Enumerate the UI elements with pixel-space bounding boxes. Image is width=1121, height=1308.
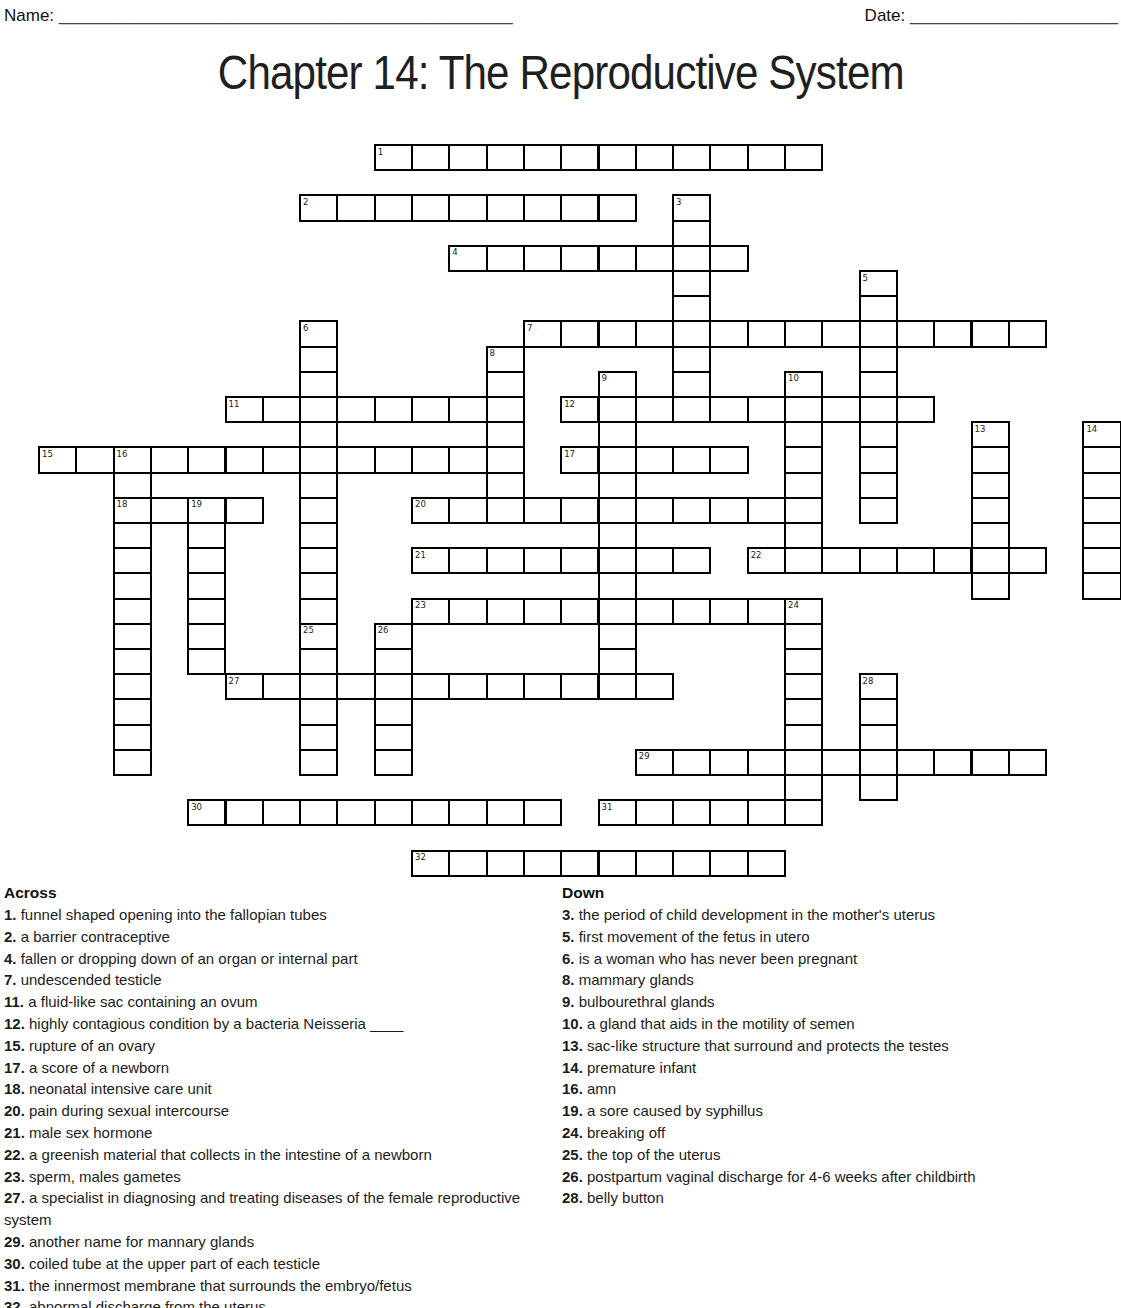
cell-number: 29 <box>639 752 650 761</box>
grid-cell[interactable] <box>448 194 487 221</box>
grid-cell[interactable] <box>635 245 674 272</box>
grid-cell[interactable] <box>821 320 860 347</box>
grid-cell[interactable] <box>859 295 898 322</box>
grid-cell[interactable] <box>486 497 525 524</box>
grid-cell[interactable] <box>709 144 748 171</box>
grid-cell[interactable] <box>411 194 450 221</box>
grid-cell[interactable] <box>486 194 525 221</box>
grid-cell[interactable] <box>635 144 674 171</box>
cell-number: 15 <box>42 450 53 459</box>
grid-cell[interactable] <box>635 547 674 574</box>
grid-cell[interactable] <box>672 396 711 423</box>
grid-cell[interactable] <box>635 673 674 700</box>
cell-number: 19 <box>191 500 202 509</box>
grid-cell[interactable] <box>486 547 525 574</box>
grid-cell[interactable] <box>560 497 599 524</box>
clue-item: 21. male sex hormone <box>4 1122 560 1144</box>
grid-cell[interactable] <box>859 396 898 423</box>
clue-item: 9. bulbourethral glands <box>562 991 1118 1013</box>
grid-cell[interactable] <box>859 547 898 574</box>
grid-cell[interactable] <box>113 698 152 725</box>
grid-cell[interactable] <box>113 547 152 574</box>
grid-cell[interactable] <box>672 144 711 171</box>
grid-cell[interactable] <box>374 698 413 725</box>
grid-cell[interactable] <box>299 346 338 373</box>
grid-cell[interactable] <box>299 497 338 524</box>
cell-number: 16 <box>117 450 128 459</box>
grid-cell[interactable] <box>747 749 786 776</box>
grid-cell[interactable] <box>225 497 264 524</box>
grid-cell[interactable] <box>486 421 525 448</box>
grid-cell[interactable] <box>971 320 1010 347</box>
grid-cell[interactable] <box>1082 522 1121 549</box>
clue-item: 27. a specialist in diagnosing and treat… <box>4 1187 560 1231</box>
grid-cell[interactable] <box>598 194 637 221</box>
grid-cell[interactable] <box>859 320 898 347</box>
across-heading: Across <box>4 882 560 904</box>
grid-cell[interactable] <box>672 346 711 373</box>
grid-cell[interactable] <box>784 446 823 473</box>
grid-cell[interactable] <box>523 497 562 524</box>
grid-cell[interactable] <box>448 598 487 625</box>
grid-cell[interactable] <box>709 396 748 423</box>
grid-cell[interactable] <box>821 749 860 776</box>
grid-cell[interactable] <box>486 799 525 826</box>
grid-cell[interactable] <box>971 749 1010 776</box>
grid-cell[interactable] <box>859 774 898 801</box>
grid-cell[interactable] <box>486 446 525 473</box>
grid-cell[interactable] <box>523 547 562 574</box>
grid-cell[interactable] <box>971 572 1010 599</box>
grid-cell[interactable] <box>896 320 935 347</box>
grid-cell[interactable] <box>187 623 226 650</box>
grid-cell[interactable] <box>1082 497 1121 524</box>
grid-cell[interactable] <box>1008 749 1047 776</box>
grid-cell[interactable] <box>225 799 264 826</box>
grid-cell[interactable] <box>299 371 338 398</box>
grid-cell[interactable] <box>1082 472 1121 499</box>
grid-cell[interactable] <box>859 698 898 725</box>
grid-cell[interactable] <box>747 850 786 877</box>
grid-cell[interactable] <box>598 648 637 675</box>
clue-item: 4. fallen or dropping down of an organ o… <box>4 948 560 970</box>
grid-cell[interactable] <box>374 396 413 423</box>
cell-number: 18 <box>117 500 128 509</box>
grid-cell[interactable] <box>187 648 226 675</box>
grid-cell[interactable] <box>784 547 823 574</box>
grid-cell[interactable] <box>299 472 338 499</box>
cell-number: 26 <box>378 626 389 635</box>
grid-cell[interactable] <box>187 598 226 625</box>
cell-number: 12 <box>564 400 575 409</box>
cell-number: 1 <box>378 148 383 157</box>
cell-number: 4 <box>452 248 457 257</box>
grid-cell[interactable] <box>486 673 525 700</box>
grid-cell[interactable] <box>635 799 674 826</box>
grid-cell[interactable] <box>299 446 338 473</box>
crossword-worksheet: Name: __________________________________… <box>0 0 1121 1308</box>
clue-item: 19. a sore caused by syphillus <box>562 1100 1118 1122</box>
grid-cell[interactable] <box>672 799 711 826</box>
grid-cell[interactable] <box>187 547 226 574</box>
grid-cell[interactable] <box>672 547 711 574</box>
grid-cell[interactable] <box>1082 446 1121 473</box>
grid-cell[interactable] <box>784 774 823 801</box>
grid-cell[interactable] <box>299 396 338 423</box>
grid-cell[interactable] <box>560 547 599 574</box>
grid-cell[interactable] <box>598 396 637 423</box>
grid-cell[interactable] <box>1008 547 1047 574</box>
grid-cell[interactable] <box>113 724 152 751</box>
cell-number: 25 <box>303 626 314 635</box>
grid-cell[interactable] <box>150 446 189 473</box>
grid-cell[interactable] <box>747 320 786 347</box>
grid-cell[interactable] <box>523 245 562 272</box>
grid-cell[interactable] <box>747 598 786 625</box>
grid-cell[interactable] <box>859 724 898 751</box>
grid-cell[interactable] <box>523 799 562 826</box>
grid-cell[interactable] <box>971 522 1010 549</box>
clue-item: 16. amn <box>562 1078 1118 1100</box>
grid-cell[interactable] <box>598 547 637 574</box>
grid-cell[interactable] <box>374 194 413 221</box>
grid-cell[interactable] <box>336 446 375 473</box>
cell-number: 30 <box>191 803 202 812</box>
grid-cell[interactable] <box>635 850 674 877</box>
grid-cell[interactable] <box>299 547 338 574</box>
grid-cell[interactable] <box>784 421 823 448</box>
grid-cell[interactable] <box>672 371 711 398</box>
grid-cell[interactable] <box>859 421 898 448</box>
clue-item: 11. a fluid-like sac containing an ovum <box>4 991 560 1013</box>
cell-number: 17 <box>564 450 575 459</box>
across-clues-section: Across 1. funnel shaped opening into the… <box>4 882 560 1308</box>
grid-cell[interactable] <box>784 724 823 751</box>
grid-cell[interactable] <box>225 446 264 473</box>
cell-number: 14 <box>1086 425 1097 434</box>
grid-cell[interactable] <box>784 522 823 549</box>
clue-item: 30. coiled tube at the upper part of eac… <box>4 1253 560 1275</box>
grid-cell[interactable] <box>523 144 562 171</box>
clue-item: 32. abnormal discharge from the uterus <box>4 1296 560 1308</box>
grid-cell[interactable] <box>374 724 413 751</box>
grid-cell[interactable] <box>933 749 972 776</box>
cell-number: 21 <box>415 551 426 560</box>
grid-cell[interactable] <box>784 799 823 826</box>
cell-number: 2 <box>303 198 308 207</box>
grid-cell[interactable] <box>448 446 487 473</box>
grid-cell[interactable] <box>411 673 450 700</box>
grid-cell[interactable] <box>672 598 711 625</box>
grid-cell[interactable] <box>113 472 152 499</box>
grid-cell[interactable] <box>784 396 823 423</box>
clue-item: 22. a greenish material that collects in… <box>4 1144 560 1166</box>
grid-cell[interactable] <box>374 799 413 826</box>
grid-cell[interactable] <box>859 472 898 499</box>
grid-cell[interactable] <box>672 749 711 776</box>
grid-cell[interactable] <box>299 522 338 549</box>
grid-cell[interactable] <box>747 799 786 826</box>
grid-cell[interactable] <box>672 295 711 322</box>
grid-cell[interactable] <box>486 371 525 398</box>
grid-cell[interactable] <box>262 446 301 473</box>
grid-cell[interactable] <box>709 799 748 826</box>
grid-cell[interactable] <box>486 598 525 625</box>
grid-cell[interactable] <box>560 245 599 272</box>
grid-cell[interactable] <box>411 144 450 171</box>
clue-item: 5. first movement of the fetus in utero <box>562 926 1118 948</box>
grid-cell[interactable] <box>486 396 525 423</box>
grid-cell[interactable] <box>598 446 637 473</box>
grid-cell[interactable] <box>299 724 338 751</box>
clue-item: 7. undescended testicle <box>4 969 560 991</box>
crossword-grid: 1234567891011121314151617181920212223242… <box>0 0 1121 880</box>
grid-cell[interactable] <box>560 194 599 221</box>
clue-item: 18. neonatal intensive care unit <box>4 1078 560 1100</box>
grid-cell[interactable] <box>598 144 637 171</box>
grid-cell[interactable] <box>635 320 674 347</box>
grid-cell[interactable] <box>411 799 450 826</box>
grid-cell[interactable] <box>262 396 301 423</box>
cell-number: 22 <box>751 551 762 560</box>
clue-item: 23. sperm, males gametes <box>4 1166 560 1188</box>
grid-cell[interactable] <box>598 497 637 524</box>
grid-cell[interactable] <box>971 472 1010 499</box>
grid-cell[interactable] <box>560 850 599 877</box>
grid-cell[interactable] <box>374 446 413 473</box>
grid-cell[interactable] <box>747 497 786 524</box>
grid-cell[interactable] <box>262 799 301 826</box>
grid-cell[interactable] <box>784 673 823 700</box>
grid-cell[interactable] <box>598 522 637 549</box>
grid-cell[interactable] <box>448 799 487 826</box>
grid-cell[interactable] <box>896 749 935 776</box>
grid-cell[interactable] <box>299 421 338 448</box>
grid-cell[interactable] <box>821 547 860 574</box>
grid-cell[interactable] <box>598 472 637 499</box>
grid-cell[interactable] <box>486 144 525 171</box>
grid-cell[interactable] <box>448 144 487 171</box>
grid-cell[interactable] <box>336 799 375 826</box>
clue-item: 8. mammary glands <box>562 969 1118 991</box>
grid-cell[interactable] <box>486 850 525 877</box>
grid-cell[interactable] <box>859 749 898 776</box>
clue-item: 6. is a woman who has never been pregnan… <box>562 948 1118 970</box>
grid-cell[interactable] <box>560 673 599 700</box>
grid-cell[interactable] <box>75 446 114 473</box>
cell-number: 13 <box>975 425 986 434</box>
grid-cell[interactable] <box>448 396 487 423</box>
grid-cell[interactable] <box>113 572 152 599</box>
grid-cell[interactable] <box>784 698 823 725</box>
grid-cell[interactable] <box>933 320 972 347</box>
grid-cell[interactable] <box>784 320 823 347</box>
cell-number: 32 <box>415 853 426 862</box>
grid-cell[interactable] <box>859 346 898 373</box>
grid-cell[interactable] <box>486 472 525 499</box>
grid-cell[interactable] <box>560 320 599 347</box>
clue-item: 14. premature infant <box>562 1057 1118 1079</box>
grid-cell[interactable] <box>933 547 972 574</box>
cell-number: 3 <box>676 198 681 207</box>
grid-cell[interactable] <box>299 799 338 826</box>
grid-cell[interactable] <box>859 446 898 473</box>
cell-number: 28 <box>863 677 874 686</box>
clue-item: 15. rupture of an ovary <box>4 1035 560 1057</box>
grid-cell[interactable] <box>672 245 711 272</box>
grid-cell[interactable] <box>709 497 748 524</box>
clue-item: 10. a gland that aids in the motility of… <box>562 1013 1118 1035</box>
cell-number: 10 <box>788 374 799 383</box>
grid-cell[interactable] <box>971 446 1010 473</box>
grid-cell[interactable] <box>1082 547 1121 574</box>
down-clues-section: Down 3. the period of child development … <box>562 882 1118 1209</box>
grid-cell[interactable] <box>113 623 152 650</box>
grid-cell[interactable] <box>113 522 152 549</box>
grid-cell[interactable] <box>299 749 338 776</box>
grid-cell[interactable] <box>672 446 711 473</box>
grid-cell[interactable] <box>784 749 823 776</box>
grid-cell[interactable] <box>598 673 637 700</box>
grid-cell[interactable] <box>374 749 413 776</box>
grid-cell[interactable] <box>635 446 674 473</box>
clue-item: 3. the period of child development in th… <box>562 904 1118 926</box>
grid-cell[interactable] <box>299 648 338 675</box>
grid-cell[interactable] <box>448 850 487 877</box>
grid-cell[interactable] <box>299 673 338 700</box>
grid-cell[interactable] <box>336 396 375 423</box>
grid-cell[interactable] <box>672 320 711 347</box>
grid-cell[interactable] <box>598 850 637 877</box>
down-heading: Down <box>562 882 1118 904</box>
cell-number: 31 <box>602 803 613 812</box>
grid-cell[interactable] <box>709 446 748 473</box>
cell-number: 23 <box>415 601 426 610</box>
grid-cell[interactable] <box>971 497 1010 524</box>
grid-cell[interactable] <box>635 396 674 423</box>
grid-cell[interactable] <box>448 497 487 524</box>
grid-cell[interactable] <box>821 396 860 423</box>
grid-cell[interactable] <box>336 673 375 700</box>
clue-item: 28. belly button <box>562 1187 1118 1209</box>
clue-item: 26. postpartum vaginal discharge for 4-6… <box>562 1166 1118 1188</box>
grid-cell[interactable] <box>709 850 748 877</box>
cell-number: 24 <box>788 601 799 610</box>
grid-cell[interactable] <box>598 421 637 448</box>
cell-number: 27 <box>229 677 240 686</box>
clue-item: 13. sac-like structure that surround and… <box>562 1035 1118 1057</box>
grid-cell[interactable] <box>262 673 301 700</box>
clue-item: 29. another name for mannary glands <box>4 1231 560 1253</box>
cell-number: 11 <box>229 400 240 409</box>
cell-number: 5 <box>863 274 868 283</box>
grid-cell[interactable] <box>411 396 450 423</box>
grid-cell[interactable] <box>784 472 823 499</box>
grid-cell[interactable] <box>113 749 152 776</box>
grid-cell[interactable] <box>113 648 152 675</box>
grid-cell[interactable] <box>299 572 338 599</box>
grid-cell[interactable] <box>672 270 711 297</box>
clue-item: 1. funnel shaped opening into the fallop… <box>4 904 560 926</box>
grid-cell[interactable] <box>598 320 637 347</box>
grid-cell[interactable] <box>635 497 674 524</box>
grid-cell[interactable] <box>709 749 748 776</box>
grid-cell[interactable] <box>448 547 487 574</box>
grid-cell[interactable] <box>336 194 375 221</box>
grid-cell[interactable] <box>113 598 152 625</box>
clue-item: 25. the top of the uterus <box>562 1144 1118 1166</box>
grid-cell[interactable] <box>784 648 823 675</box>
clue-item: 2. a barrier contraceptive <box>4 926 560 948</box>
grid-cell[interactable] <box>523 598 562 625</box>
grid-cell[interactable] <box>523 850 562 877</box>
grid-cell[interactable] <box>635 598 674 625</box>
grid-cell[interactable] <box>709 320 748 347</box>
cell-number: 20 <box>415 500 426 509</box>
grid-cell[interactable] <box>598 598 637 625</box>
grid-cell[interactable] <box>709 598 748 625</box>
grid-cell[interactable] <box>971 547 1010 574</box>
grid-cell[interactable] <box>187 572 226 599</box>
grid-cell[interactable] <box>709 245 748 272</box>
grid-cell[interactable] <box>299 698 338 725</box>
grid-cell[interactable] <box>598 245 637 272</box>
grid-cell[interactable] <box>523 194 562 221</box>
grid-cell[interactable] <box>747 396 786 423</box>
grid-cell[interactable] <box>598 572 637 599</box>
grid-cell[interactable] <box>1008 320 1047 347</box>
grid-cell[interactable] <box>1082 572 1121 599</box>
grid-cell[interactable] <box>672 497 711 524</box>
grid-cell[interactable] <box>784 623 823 650</box>
cell-number: 7 <box>527 324 532 333</box>
grid-cell[interactable] <box>560 144 599 171</box>
grid-cell[interactable] <box>560 598 599 625</box>
grid-cell[interactable] <box>598 623 637 650</box>
grid-cell[interactable] <box>448 673 487 700</box>
grid-cell[interactable] <box>187 522 226 549</box>
cell-number: 8 <box>490 349 495 358</box>
grid-cell[interactable] <box>672 850 711 877</box>
grid-cell[interactable] <box>486 245 525 272</box>
grid-cell[interactable] <box>859 371 898 398</box>
clue-item: 20. pain during sexual intercourse <box>4 1100 560 1122</box>
grid-cell[interactable] <box>784 144 823 171</box>
cell-number: 9 <box>602 374 607 383</box>
grid-cell[interactable] <box>187 446 226 473</box>
clue-item: 31. the innermost membrane that surround… <box>4 1275 560 1297</box>
grid-cell[interactable] <box>896 547 935 574</box>
grid-cell[interactable] <box>299 598 338 625</box>
grid-cell[interactable] <box>784 497 823 524</box>
clue-item: 12. highly contagious condition by a bac… <box>4 1013 560 1035</box>
grid-cell[interactable] <box>411 446 450 473</box>
clue-item: 17. a score of a newborn <box>4 1057 560 1079</box>
grid-cell[interactable] <box>374 673 413 700</box>
grid-cell[interactable] <box>672 220 711 247</box>
clue-item: 24. breaking off <box>562 1122 1118 1144</box>
grid-cell[interactable] <box>859 497 898 524</box>
grid-cell[interactable] <box>113 673 152 700</box>
cell-number: 6 <box>303 324 308 333</box>
grid-cell[interactable] <box>374 648 413 675</box>
grid-cell[interactable] <box>150 497 189 524</box>
grid-cell[interactable] <box>747 144 786 171</box>
grid-cell[interactable] <box>523 673 562 700</box>
grid-cell[interactable] <box>896 396 935 423</box>
